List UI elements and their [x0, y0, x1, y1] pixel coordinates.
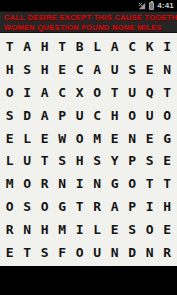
grid-cell[interactable]: C	[124, 35, 142, 58]
grid-cell[interactable]: U	[124, 81, 142, 104]
grid-cell[interactable]: W	[54, 127, 72, 150]
grid-cell[interactable]: E	[141, 127, 159, 150]
battery-icon	[149, 2, 154, 10]
grid-cell[interactable]: S	[1, 104, 19, 127]
grid-cell[interactable]: M	[1, 172, 19, 195]
grid-cell[interactable]: C	[54, 81, 72, 104]
grid-cell[interactable]: O	[1, 195, 19, 218]
word-grid: TAHTBLACKIHSHECAUSENOIACXOTUQTSDAPUCHOUO…	[1, 35, 176, 264]
grid-cell[interactable]: E	[1, 127, 19, 150]
grid-cell[interactable]: O	[89, 81, 107, 104]
grid-cell[interactable]: E	[106, 218, 124, 241]
grid-cell[interactable]: A	[106, 195, 124, 218]
grid-cell[interactable]: A	[36, 81, 54, 104]
grid-cell[interactable]: T	[106, 81, 124, 104]
grid-cell[interactable]: F	[54, 241, 72, 264]
grid-cell[interactable]: H	[159, 195, 177, 218]
grid-cell[interactable]: O	[71, 127, 89, 150]
grid-cell[interactable]: E	[159, 149, 177, 172]
grid-cell[interactable]: Y	[106, 149, 124, 172]
grid-cell[interactable]: T	[54, 35, 72, 58]
grid-cell[interactable]: R	[1, 218, 19, 241]
grid-cell[interactable]: P	[124, 195, 142, 218]
grid-cell[interactable]: H	[1, 58, 19, 81]
grid-area: TAHTBLACKIHSHECAUSENOIACXOTUQTSDAPUCHOUO…	[0, 33, 177, 266]
grid-cell[interactable]: E	[141, 58, 159, 81]
grid-cell[interactable]: G	[159, 127, 177, 150]
grid-cell[interactable]: U	[19, 149, 37, 172]
grid-cell[interactable]: N	[141, 241, 159, 264]
grid-cell[interactable]: P	[124, 149, 142, 172]
grid-cell[interactable]: D	[124, 241, 142, 264]
grid-cell[interactable]: A	[106, 35, 124, 58]
grid-cell[interactable]: T	[141, 172, 159, 195]
grid-cell[interactable]: H	[36, 58, 54, 81]
grid-cell[interactable]: I	[71, 218, 89, 241]
grid-cell[interactable]: N	[54, 172, 72, 195]
grid-cell[interactable]: O	[71, 241, 89, 264]
grid-cell[interactable]: U	[71, 104, 89, 127]
grid-cell[interactable]: U	[89, 241, 107, 264]
grid-cell[interactable]: L	[89, 218, 107, 241]
grid-cell[interactable]: T	[159, 172, 177, 195]
grid-cell[interactable]: G	[106, 172, 124, 195]
grid-cell[interactable]: G	[54, 195, 72, 218]
grid-cell[interactable]: B	[71, 35, 89, 58]
grid-cell[interactable]: N	[19, 218, 37, 241]
grid-cell[interactable]: X	[71, 81, 89, 104]
grid-cell[interactable]: U	[106, 58, 124, 81]
grid-cell[interactable]: A	[19, 35, 37, 58]
grid-cell[interactable]: D	[19, 104, 37, 127]
grid-cell[interactable]: R	[36, 172, 54, 195]
grid-cell[interactable]: O	[1, 81, 19, 104]
grid-cell[interactable]: I	[159, 35, 177, 58]
grid-cell[interactable]: T	[19, 241, 37, 264]
grid-cell[interactable]: S	[124, 218, 142, 241]
grid-cell[interactable]: O	[19, 172, 37, 195]
grid-cell[interactable]: R	[89, 195, 107, 218]
clock-text: 4:41	[157, 0, 174, 11]
grid-cell[interactable]: L	[19, 127, 37, 150]
grid-cell[interactable]: N	[106, 241, 124, 264]
grid-cell[interactable]: L	[1, 149, 19, 172]
grid-cell[interactable]: M	[54, 218, 72, 241]
grid-cell[interactable]: E	[36, 127, 54, 150]
grid-cell[interactable]: T	[159, 81, 177, 104]
grid-cell[interactable]: R	[159, 241, 177, 264]
grid-cell[interactable]: O	[159, 104, 177, 127]
phone-frame: 4:41 CALL DESIRE EXCEPT THIS CAUSE TOGET…	[0, 0, 177, 295]
grid-cell[interactable]: M	[89, 127, 107, 150]
grid-cell[interactable]: E	[106, 127, 124, 150]
grid-cell[interactable]: T	[71, 195, 89, 218]
status-bar: 4:41	[0, 0, 177, 11]
grid-cell[interactable]: P	[54, 104, 72, 127]
grid-cell[interactable]: S	[54, 149, 72, 172]
grid-cell[interactable]: O	[36, 195, 54, 218]
bottom-bar	[0, 266, 177, 295]
grid-cell[interactable]: T	[1, 35, 19, 58]
grid-cell[interactable]: S	[124, 58, 142, 81]
grid-cell[interactable]: O	[141, 218, 159, 241]
grid-cell[interactable]: S	[36, 241, 54, 264]
grid-cell[interactable]: C	[71, 58, 89, 81]
grid-cell[interactable]: O	[124, 104, 142, 127]
grid-cell[interactable]: L	[89, 35, 107, 58]
grid-cell[interactable]: N	[159, 58, 177, 81]
grid-cell[interactable]: U	[141, 104, 159, 127]
grid-cell[interactable]: H	[71, 149, 89, 172]
grid-cell[interactable]: N	[124, 127, 142, 150]
grid-cell[interactable]: E	[54, 58, 72, 81]
grid-cell[interactable]: K	[141, 35, 159, 58]
word-list-line1: CALL DESIRE EXCEPT THIS CAUSE TOGETHER	[4, 13, 177, 23]
grid-cell[interactable]: E	[1, 241, 19, 264]
signal-icon	[138, 2, 146, 10]
grid-cell[interactable]: I	[71, 172, 89, 195]
grid-cell[interactable]: S	[89, 149, 107, 172]
grid-cell[interactable]: S	[19, 58, 37, 81]
word-list-header: CALL DESIRE EXCEPT THIS CAUSE TOGETHER W…	[0, 11, 177, 33]
word-list-line2: WOMEN QUESTION FOUND NONE MILES	[4, 23, 177, 33]
grid-cell[interactable]: Q	[141, 81, 159, 104]
grid-cell[interactable]: I	[141, 195, 159, 218]
grid-cell[interactable]: H	[36, 218, 54, 241]
grid-cell[interactable]: E	[159, 218, 177, 241]
grid-cell[interactable]: C	[89, 104, 107, 127]
grid-cell[interactable]: A	[36, 104, 54, 127]
grid-cell[interactable]: H	[106, 104, 124, 127]
grid-cell[interactable]: O	[124, 172, 142, 195]
grid-cell[interactable]: S	[19, 195, 37, 218]
grid-cell[interactable]: A	[89, 58, 107, 81]
grid-cell[interactable]: T	[36, 149, 54, 172]
grid-cell[interactable]: I	[19, 81, 37, 104]
grid-cell[interactable]: N	[89, 172, 107, 195]
grid-cell[interactable]: H	[36, 35, 54, 58]
grid-cell[interactable]: S	[141, 149, 159, 172]
